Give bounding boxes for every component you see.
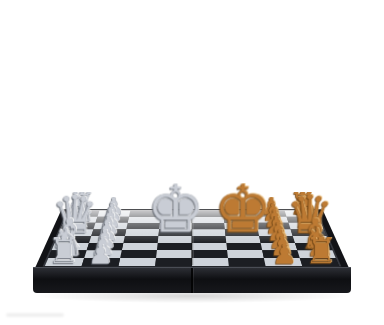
- piece-gold-king[interactable]: ♚: [213, 184, 272, 236]
- floor-shadow: [38, 289, 346, 303]
- square-g5[interactable]: [192, 250, 228, 258]
- floor-reflection-mark: [6, 313, 64, 317]
- square-h6[interactable]: [228, 258, 266, 266]
- piece-gold-rook[interactable]: ♜: [305, 237, 337, 266]
- square-h5[interactable]: [192, 258, 229, 266]
- square-e6[interactable]: [226, 236, 261, 243]
- square-e4[interactable]: [158, 236, 192, 243]
- piece-silver-pawn[interactable]: ♟: [88, 244, 113, 266]
- square-h7[interactable]: ♟: [264, 258, 303, 266]
- square-h1[interactable]: ♜: [45, 258, 84, 266]
- square-f4[interactable]: [157, 243, 192, 250]
- square-h3[interactable]: [118, 258, 156, 266]
- piece-silver-rook[interactable]: ♜: [47, 237, 79, 266]
- board-frame: ♜♟♟♜♞♟♟♞♝♟♟♝♛♟♚♚♟♛♟♟♝♟♟♝♞♟♟♞♜♟♟♜: [35, 209, 349, 268]
- square-e3[interactable]: [123, 236, 158, 243]
- square-f5[interactable]: [192, 243, 227, 250]
- square-h8[interactable]: ♜: [300, 258, 339, 266]
- square-h2[interactable]: ♟: [82, 258, 121, 266]
- square-f3[interactable]: [122, 243, 158, 250]
- square-d4[interactable]: ♚: [158, 229, 192, 236]
- square-d6[interactable]: ♚: [225, 229, 259, 236]
- chessboard-3d: ♜♟♟♜♞♟♟♞♝♟♟♝♛♟♚♚♟♛♟♟♝♟♟♝♞♟♟♞♜♟♟♜: [35, 209, 349, 268]
- square-e5[interactable]: [192, 236, 226, 243]
- piece-silver-king[interactable]: ♚: [146, 184, 205, 236]
- square-g4[interactable]: [156, 250, 192, 258]
- square-g3[interactable]: [120, 250, 157, 258]
- piece-gold-pawn[interactable]: ♟: [271, 244, 296, 266]
- square-h4[interactable]: [155, 258, 192, 266]
- square-g6[interactable]: [227, 250, 264, 258]
- square-f6[interactable]: [226, 243, 262, 250]
- chess-set-photo: ♜♟♟♜♞♟♟♞♝♟♟♝♛♟♚♚♟♛♟♟♝♟♟♝♞♟♟♞♜♟♟♜: [0, 0, 384, 325]
